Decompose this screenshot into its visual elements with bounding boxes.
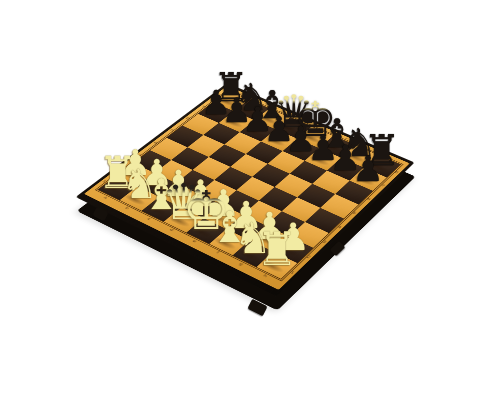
product-photo-stage: 8877665544332211aabbccddeeffgghh ♜♞♝♛♚♝♞…	[0, 0, 500, 400]
piece-white-rook-h1[interactable]: ♜	[256, 226, 298, 273]
piece-black-pawn-h7[interactable]: ♟	[352, 150, 384, 185]
pieces-layer: ♜♞♝♛♚♝♞♜♟♟♟♟♟♟♟♟♟♟♟♟♟♟♟♟♜♞♝♛♚♝♞♜	[0, 0, 500, 400]
